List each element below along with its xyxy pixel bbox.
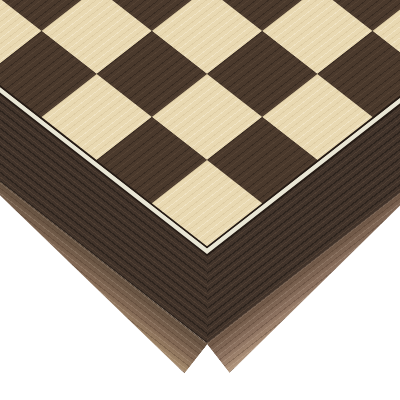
- chessboard-product-photo: [0, 0, 400, 400]
- chessboard: [0, 0, 400, 343]
